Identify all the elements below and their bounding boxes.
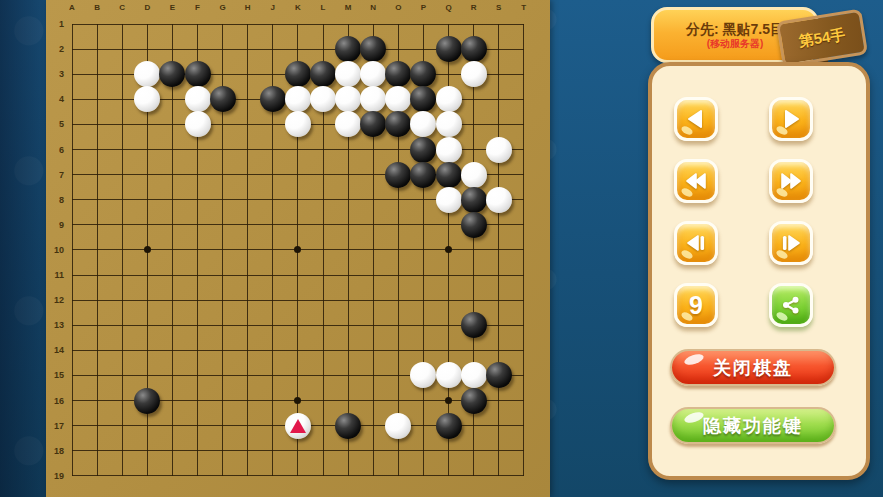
stone-black [185, 61, 211, 87]
column-label: D [140, 3, 154, 12]
row-label: 14 [46, 345, 64, 355]
stone-white [335, 111, 361, 137]
row-label: 17 [46, 421, 64, 431]
stone-black [461, 36, 487, 62]
move-number-text: 第54手 [797, 25, 846, 51]
stone-white [436, 137, 462, 163]
close-board-button[interactable]: 关闭棋盘 [670, 349, 836, 386]
row-label: 9 [46, 220, 64, 230]
row-label: 16 [46, 396, 64, 406]
share-icon [780, 294, 802, 316]
column-label: O [391, 3, 405, 12]
stone-white [385, 413, 411, 439]
stone-white [436, 86, 462, 112]
stone-white [310, 86, 336, 112]
rewind-button[interactable] [674, 159, 718, 203]
star-point [144, 246, 151, 253]
row-label: 4 [46, 94, 64, 104]
hide-controls-label: 隐藏功能键 [703, 414, 803, 438]
stone-black [410, 61, 436, 87]
next-move-button[interactable] [769, 97, 813, 141]
stone-white [461, 362, 487, 388]
close-board-label: 关闭棋盘 [713, 356, 793, 380]
grid-line [72, 475, 524, 476]
row-label: 19 [46, 471, 64, 481]
step-forward-button[interactable] [769, 221, 813, 265]
column-label: S [492, 3, 506, 12]
stone-white [410, 362, 436, 388]
stone-black [385, 111, 411, 137]
stone-black [385, 162, 411, 188]
row-label: 1 [46, 19, 64, 29]
stone-black [461, 187, 487, 213]
grid-line [72, 350, 524, 351]
stone-black [134, 388, 160, 414]
column-label: T [517, 3, 531, 12]
row-label: 10 [46, 245, 64, 255]
row-label: 18 [46, 446, 64, 456]
column-label: H [241, 3, 255, 12]
stone-black [410, 86, 436, 112]
nav-button-grid: 9 [674, 97, 813, 327]
row-label: 2 [46, 44, 64, 54]
star-point [294, 397, 301, 404]
column-label: G [216, 3, 230, 12]
app-window: A1B2C3D4E5F6G7H8J9K10L11M12N13O14P15Q16R… [0, 0, 883, 497]
grid-line [72, 325, 524, 326]
column-label: N [366, 3, 380, 12]
go-board[interactable]: A1B2C3D4E5F6G7H8J9K10L11M12N13O14P15Q16R… [46, 0, 550, 497]
row-label: 7 [46, 170, 64, 180]
step-left-icon [685, 232, 707, 254]
row-label: 6 [46, 145, 64, 155]
stone-black [335, 413, 361, 439]
column-label: E [165, 3, 179, 12]
fast-forward-button[interactable] [769, 159, 813, 203]
stone-white [461, 162, 487, 188]
column-label: L [316, 3, 330, 12]
stone-black [385, 61, 411, 87]
column-label: R [467, 3, 481, 12]
stone-black [436, 162, 462, 188]
row-label: 5 [46, 119, 64, 129]
grid-line [72, 275, 524, 276]
stone-black [285, 61, 311, 87]
stone-white [436, 187, 462, 213]
stone-black [461, 312, 487, 338]
star-point [294, 246, 301, 253]
stone-black [461, 388, 487, 414]
star-point [445, 246, 452, 253]
stone-black [436, 413, 462, 439]
stone-black [410, 137, 436, 163]
double-right-icon [779, 170, 803, 192]
share-button[interactable] [769, 283, 813, 327]
stone-black [260, 86, 286, 112]
stone-white [436, 111, 462, 137]
column-label: P [416, 3, 430, 12]
rule-text: 分先: 黑贴7.5目 [686, 20, 784, 38]
stone-white [385, 86, 411, 112]
last-move-marker-icon [290, 419, 306, 433]
board-size-9-button[interactable]: 9 [674, 283, 718, 327]
row-label: 8 [46, 195, 64, 205]
column-label: B [90, 3, 104, 12]
star-point [445, 397, 452, 404]
stone-black [159, 61, 185, 87]
background-left-strip [0, 0, 46, 497]
control-panel: 9 关闭棋盘 隐藏功能键 [648, 62, 870, 480]
stone-white [436, 362, 462, 388]
stone-white [486, 187, 512, 213]
stone-black [360, 36, 386, 62]
stone-black [461, 212, 487, 238]
stone-black [486, 362, 512, 388]
stone-white [410, 111, 436, 137]
column-label: J [266, 3, 280, 12]
row-label: 13 [46, 320, 64, 330]
stone-white [285, 86, 311, 112]
column-label: M [341, 3, 355, 12]
row-label: 12 [46, 295, 64, 305]
step-back-button[interactable] [674, 221, 718, 265]
step-right-icon [780, 232, 802, 254]
stone-black [436, 36, 462, 62]
row-label: 15 [46, 370, 64, 380]
stone-white [134, 61, 160, 87]
stone-white [134, 86, 160, 112]
grid-line [72, 300, 524, 301]
grid-line [72, 450, 524, 451]
stone-black [310, 61, 336, 87]
digit-9-label: 9 [689, 291, 703, 320]
hide-controls-button[interactable]: 隐藏功能键 [670, 407, 836, 444]
stone-black [335, 36, 361, 62]
stone-black [210, 86, 236, 112]
column-label: Q [442, 3, 456, 12]
prev-move-button[interactable] [674, 97, 718, 141]
stone-white [185, 86, 211, 112]
row-label: 3 [46, 69, 64, 79]
double-left-icon [684, 170, 708, 192]
stone-white [461, 61, 487, 87]
server-text: (移动服务器) [707, 38, 764, 50]
stone-white [486, 137, 512, 163]
stone-black [360, 111, 386, 137]
row-label: 11 [46, 270, 64, 280]
stone-white [285, 111, 311, 137]
tri-left-icon [685, 108, 707, 130]
stone-white [185, 111, 211, 137]
grid-line [523, 24, 524, 476]
column-label: F [191, 3, 205, 12]
tri-right-icon [780, 108, 802, 130]
stone-white [360, 61, 386, 87]
stone-white [335, 61, 361, 87]
column-label: C [115, 3, 129, 12]
stone-white [360, 86, 386, 112]
grid-line [498, 24, 499, 476]
stone-black [410, 162, 436, 188]
column-label: K [291, 3, 305, 12]
column-label: A [65, 3, 79, 12]
stone-white [335, 86, 361, 112]
